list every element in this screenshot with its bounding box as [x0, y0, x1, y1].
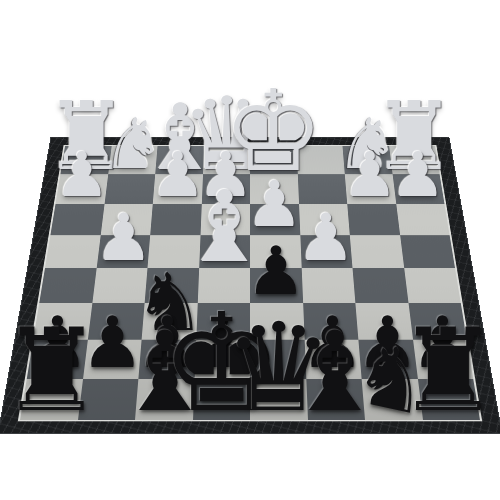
square-a6 [33, 303, 92, 340]
square-c2 [153, 174, 203, 204]
square-c8 [135, 379, 194, 420]
square-e7 [250, 340, 306, 379]
square-g2 [345, 174, 396, 204]
square-f8 [306, 379, 365, 420]
square-b3 [100, 204, 152, 235]
board-squares [20, 146, 480, 420]
square-d2 [201, 174, 250, 204]
square-e4 [250, 235, 301, 268]
square-h4 [400, 235, 455, 268]
square-a3 [50, 204, 104, 235]
square-a5 [39, 268, 96, 303]
square-h1 [389, 146, 440, 174]
square-e8 [250, 379, 308, 420]
chess-set-photo: ♜♞♝♛♚♞♜♟♟♟♟♟♟♟♝♟♟♞♟♟♟♟♟♟♟♜♝♚♛♝♞♜ [0, 0, 500, 500]
square-d7 [194, 340, 250, 379]
square-c3 [150, 204, 201, 235]
square-h7 [413, 340, 474, 379]
square-g8 [362, 379, 423, 420]
square-b5 [92, 268, 148, 303]
square-f3 [299, 204, 350, 235]
chess-board [0, 137, 500, 434]
square-a2 [56, 174, 108, 204]
square-h5 [404, 268, 461, 303]
square-f6 [303, 303, 359, 340]
square-h3 [396, 204, 450, 235]
square-f1 [296, 146, 345, 174]
square-c7 [138, 340, 195, 379]
square-g4 [350, 235, 404, 268]
square-b1 [108, 146, 158, 174]
square-e2 [250, 174, 299, 204]
square-a4 [45, 235, 100, 268]
square-f4 [300, 235, 353, 268]
square-c1 [155, 146, 204, 174]
square-a8 [20, 379, 83, 420]
square-d1 [203, 146, 250, 174]
square-d8 [193, 379, 251, 420]
square-f5 [301, 268, 355, 303]
square-f2 [297, 174, 347, 204]
square-b6 [87, 303, 144, 340]
square-f7 [304, 340, 361, 379]
square-g5 [353, 268, 409, 303]
square-h6 [408, 303, 467, 340]
square-h2 [392, 174, 444, 204]
square-a7 [27, 340, 88, 379]
square-d5 [197, 268, 250, 303]
square-a1 [60, 146, 111, 174]
square-d6 [196, 303, 250, 340]
square-e1 [250, 146, 297, 174]
square-b7 [83, 340, 142, 379]
board-border [0, 137, 500, 434]
square-g3 [347, 204, 399, 235]
square-e5 [250, 268, 303, 303]
square-g7 [358, 340, 417, 379]
square-d4 [199, 235, 250, 268]
square-g1 [342, 146, 392, 174]
square-c6 [142, 303, 198, 340]
square-h8 [417, 379, 480, 420]
square-b4 [96, 235, 150, 268]
square-c5 [145, 268, 199, 303]
square-b8 [78, 379, 139, 420]
square-e6 [250, 303, 304, 340]
square-b2 [104, 174, 155, 204]
square-c4 [147, 235, 200, 268]
square-d3 [200, 204, 250, 235]
square-e3 [250, 204, 300, 235]
square-g6 [355, 303, 412, 340]
